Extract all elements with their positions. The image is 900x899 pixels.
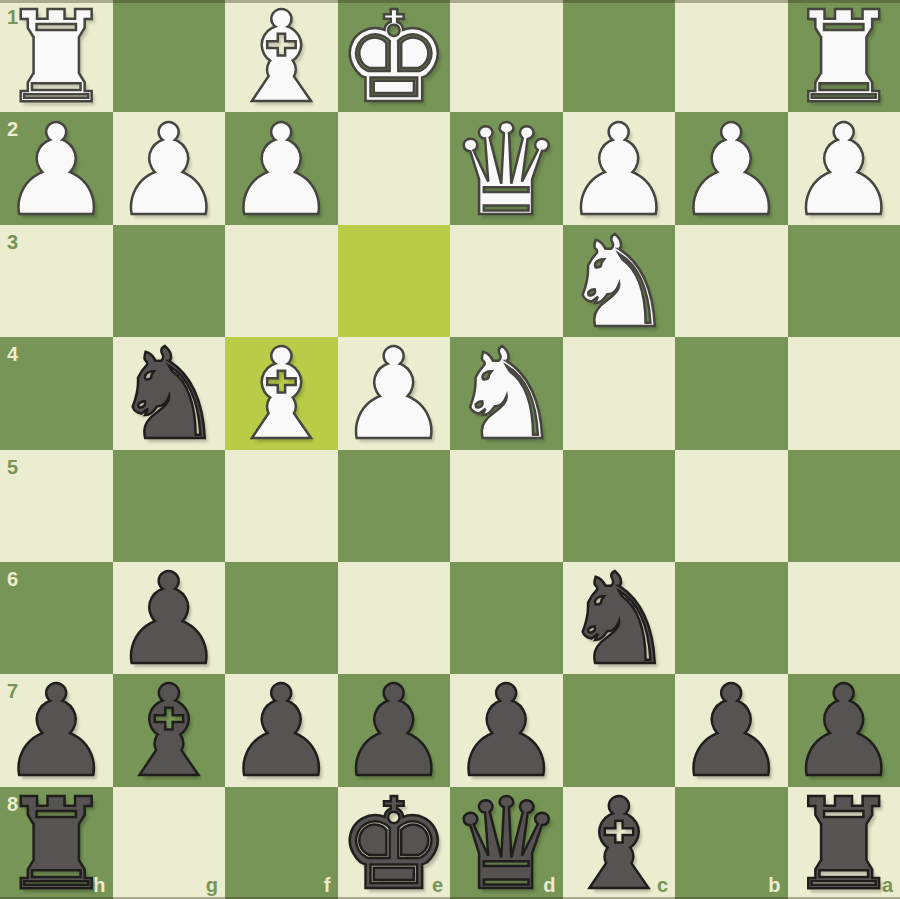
square-b2[interactable]: ♟ [675, 112, 788, 224]
chess-board-window: 1♜♝♚♜2♟♟♟♛♟♟♟3♞4♞♝♟♞56♟♞7♟♝♟♟♟♟♟8h♜gfe♚d… [0, 0, 900, 899]
square-h1[interactable]: 1♜ [0, 0, 113, 112]
square-d8[interactable]: d♛ [450, 787, 563, 899]
black-pawn[interactable]: ♟ [675, 676, 788, 788]
square-d7[interactable]: ♟ [450, 674, 563, 786]
black-knight[interactable]: ♞ [563, 564, 676, 676]
square-h6[interactable]: 6 [0, 562, 113, 674]
square-d6[interactable] [450, 562, 563, 674]
white-bishop[interactable]: ♝ [225, 339, 338, 451]
white-king[interactable]: ♚ [338, 2, 451, 114]
square-f7[interactable]: ♟ [225, 674, 338, 786]
square-b1[interactable] [675, 0, 788, 112]
square-f3[interactable] [225, 225, 338, 337]
black-pawn[interactable]: ♟ [225, 676, 338, 788]
square-a3[interactable] [788, 225, 900, 337]
square-e3[interactable] [338, 225, 451, 337]
file-label-f: f [324, 875, 331, 895]
square-d5[interactable] [450, 450, 563, 562]
square-f4[interactable]: ♝ [225, 337, 338, 449]
file-label-b: b [768, 875, 780, 895]
square-h5[interactable]: 5 [0, 450, 113, 562]
square-g2[interactable]: ♟ [113, 112, 226, 224]
black-king[interactable]: ♚ [338, 789, 451, 899]
square-h3[interactable]: 3 [0, 225, 113, 337]
rank-label-4: 4 [7, 344, 18, 364]
black-rook[interactable]: ♜ [0, 789, 113, 899]
square-g8[interactable]: g [113, 787, 226, 899]
square-d1[interactable] [450, 0, 563, 112]
square-c7[interactable] [563, 674, 676, 786]
square-b6[interactable] [675, 562, 788, 674]
square-c4[interactable] [563, 337, 676, 449]
square-a1[interactable]: ♜ [788, 0, 900, 112]
square-f8[interactable]: f [225, 787, 338, 899]
square-b4[interactable] [675, 337, 788, 449]
white-pawn[interactable]: ♟ [675, 114, 788, 226]
square-e7[interactable]: ♟ [338, 674, 451, 786]
square-f1[interactable]: ♝ [225, 0, 338, 112]
white-pawn[interactable]: ♟ [113, 114, 226, 226]
square-g5[interactable] [113, 450, 226, 562]
square-g4[interactable]: ♞ [113, 337, 226, 449]
square-g1[interactable] [113, 0, 226, 112]
rank-label-6: 6 [7, 569, 18, 589]
square-a5[interactable] [788, 450, 900, 562]
square-e8[interactable]: e♚ [338, 787, 451, 899]
square-e6[interactable] [338, 562, 451, 674]
square-g3[interactable] [113, 225, 226, 337]
square-d4[interactable]: ♞ [450, 337, 563, 449]
square-e2[interactable] [338, 112, 451, 224]
square-g7[interactable]: ♝ [113, 674, 226, 786]
white-pawn[interactable]: ♟ [788, 114, 900, 226]
square-f2[interactable]: ♟ [225, 112, 338, 224]
file-label-g: g [206, 875, 218, 895]
square-d2[interactable]: ♛ [450, 112, 563, 224]
square-c3[interactable]: ♞ [563, 225, 676, 337]
square-c6[interactable]: ♞ [563, 562, 676, 674]
square-h4[interactable]: 4 [0, 337, 113, 449]
square-b8[interactable]: b [675, 787, 788, 899]
square-a7[interactable]: ♟ [788, 674, 900, 786]
black-bishop[interactable]: ♝ [563, 789, 676, 899]
square-g6[interactable]: ♟ [113, 562, 226, 674]
square-h7[interactable]: 7♟ [0, 674, 113, 786]
square-a2[interactable]: ♟ [788, 112, 900, 224]
square-c8[interactable]: c♝ [563, 787, 676, 899]
white-queen[interactable]: ♛ [450, 114, 563, 226]
white-knight[interactable]: ♞ [450, 339, 563, 451]
black-queen[interactable]: ♛ [450, 789, 563, 899]
square-b5[interactable] [675, 450, 788, 562]
square-a6[interactable] [788, 562, 900, 674]
square-c5[interactable] [563, 450, 676, 562]
white-pawn[interactable]: ♟ [225, 114, 338, 226]
square-a8[interactable]: a♜ [788, 787, 900, 899]
square-e5[interactable] [338, 450, 451, 562]
square-c2[interactable]: ♟ [563, 112, 676, 224]
rank-label-5: 5 [7, 457, 18, 477]
black-knight[interactable]: ♞ [113, 339, 226, 451]
square-f5[interactable] [225, 450, 338, 562]
chess-board: 1♜♝♚♜2♟♟♟♛♟♟♟3♞4♞♝♟♞56♟♞7♟♝♟♟♟♟♟8h♜gfe♚d… [0, 0, 900, 899]
square-h8[interactable]: 8h♜ [0, 787, 113, 899]
square-c1[interactable] [563, 0, 676, 112]
square-b7[interactable]: ♟ [675, 674, 788, 786]
white-knight[interactable]: ♞ [563, 227, 676, 339]
square-h2[interactable]: 2♟ [0, 112, 113, 224]
square-b3[interactable] [675, 225, 788, 337]
black-rook[interactable]: ♜ [788, 789, 900, 899]
square-d3[interactable] [450, 225, 563, 337]
square-e4[interactable]: ♟ [338, 337, 451, 449]
rank-label-3: 3 [7, 232, 18, 252]
square-f6[interactable] [225, 562, 338, 674]
square-e1[interactable]: ♚ [338, 0, 451, 112]
black-bishop[interactable]: ♝ [113, 676, 226, 788]
white-pawn[interactable]: ♟ [0, 114, 113, 226]
white-pawn[interactable]: ♟ [338, 339, 451, 451]
square-a4[interactable] [788, 337, 900, 449]
